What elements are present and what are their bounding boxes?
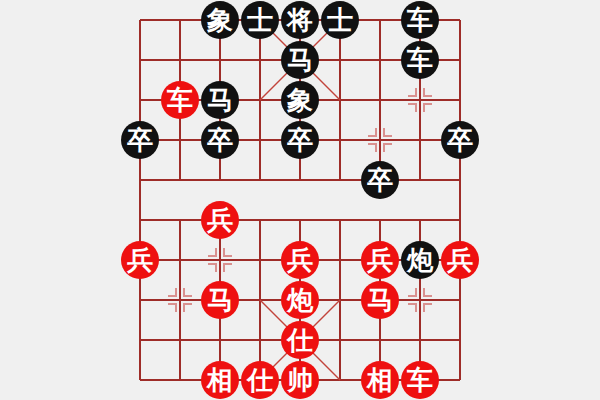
piece-glyph: 士 bbox=[321, 1, 359, 39]
piece-glyph: 相 bbox=[361, 361, 399, 399]
piece-red-soldier[interactable]: 兵 bbox=[440, 240, 480, 280]
piece-black-general[interactable]: 将 bbox=[280, 0, 320, 40]
piece-glyph: 马 bbox=[361, 281, 399, 319]
piece-red-soldier[interactable]: 兵 bbox=[120, 240, 160, 280]
xiangqi-board: 象士将士车马车马象卒卒卒卒卒炮车兵兵兵兵兵马炮马仕相仕帅相车 bbox=[0, 0, 600, 400]
piece-black-soldier[interactable]: 卒 bbox=[200, 120, 240, 160]
piece-red-elephant[interactable]: 相 bbox=[200, 360, 240, 400]
piece-glyph: 兵 bbox=[201, 201, 239, 239]
piece-glyph: 卒 bbox=[281, 121, 319, 159]
piece-glyph: 将 bbox=[281, 1, 319, 39]
piece-black-cannon[interactable]: 炮 bbox=[400, 240, 440, 280]
piece-black-soldier[interactable]: 卒 bbox=[120, 120, 160, 160]
piece-glyph: 帅 bbox=[281, 361, 319, 399]
piece-glyph: 炮 bbox=[401, 241, 439, 279]
piece-glyph: 马 bbox=[201, 281, 239, 319]
piece-glyph: 兵 bbox=[441, 241, 479, 279]
piece-glyph: 车 bbox=[161, 81, 199, 119]
piece-black-chariot[interactable]: 车 bbox=[400, 40, 440, 80]
piece-glyph: 仕 bbox=[281, 321, 319, 359]
piece-glyph: 象 bbox=[281, 81, 319, 119]
piece-red-advisor[interactable]: 仕 bbox=[240, 360, 280, 400]
piece-red-advisor[interactable]: 仕 bbox=[280, 320, 320, 360]
piece-glyph: 象 bbox=[201, 1, 239, 39]
piece-black-elephant[interactable]: 象 bbox=[200, 0, 240, 40]
piece-glyph: 炮 bbox=[281, 281, 319, 319]
piece-red-general[interactable]: 帅 bbox=[280, 360, 320, 400]
piece-glyph: 卒 bbox=[361, 161, 399, 199]
piece-glyph: 仕 bbox=[241, 361, 279, 399]
piece-glyph: 兵 bbox=[361, 241, 399, 279]
piece-glyph: 车 bbox=[401, 41, 439, 79]
piece-black-advisor[interactable]: 士 bbox=[240, 0, 280, 40]
piece-black-soldier[interactable]: 卒 bbox=[280, 120, 320, 160]
piece-glyph: 马 bbox=[201, 81, 239, 119]
piece-red-chariot[interactable]: 车 bbox=[400, 360, 440, 400]
piece-glyph: 卒 bbox=[441, 121, 479, 159]
pieces-layer: 象士将士车马车马象卒卒卒卒卒炮车兵兵兵兵兵马炮马仕相仕帅相车 bbox=[120, 0, 480, 400]
piece-black-horse[interactable]: 马 bbox=[280, 40, 320, 80]
piece-black-elephant[interactable]: 象 bbox=[280, 80, 320, 120]
piece-glyph: 车 bbox=[401, 1, 439, 39]
piece-red-horse[interactable]: 马 bbox=[360, 280, 400, 320]
piece-glyph: 相 bbox=[201, 361, 239, 399]
piece-black-soldier[interactable]: 卒 bbox=[440, 120, 480, 160]
piece-glyph: 卒 bbox=[201, 121, 239, 159]
piece-red-chariot[interactable]: 车 bbox=[160, 80, 200, 120]
piece-black-horse[interactable]: 马 bbox=[200, 80, 240, 120]
piece-red-elephant[interactable]: 相 bbox=[360, 360, 400, 400]
piece-glyph: 车 bbox=[401, 361, 439, 399]
piece-glyph: 马 bbox=[281, 41, 319, 79]
piece-glyph: 兵 bbox=[281, 241, 319, 279]
piece-red-horse[interactable]: 马 bbox=[200, 280, 240, 320]
piece-red-soldier[interactable]: 兵 bbox=[200, 200, 240, 240]
piece-glyph: 兵 bbox=[121, 241, 159, 279]
piece-glyph: 卒 bbox=[121, 121, 159, 159]
piece-red-soldier[interactable]: 兵 bbox=[280, 240, 320, 280]
piece-black-soldier[interactable]: 卒 bbox=[360, 160, 400, 200]
piece-black-chariot[interactable]: 车 bbox=[400, 0, 440, 40]
piece-glyph: 士 bbox=[241, 1, 279, 39]
piece-black-advisor[interactable]: 士 bbox=[320, 0, 360, 40]
piece-red-soldier[interactable]: 兵 bbox=[360, 240, 400, 280]
piece-red-cannon[interactable]: 炮 bbox=[280, 280, 320, 320]
